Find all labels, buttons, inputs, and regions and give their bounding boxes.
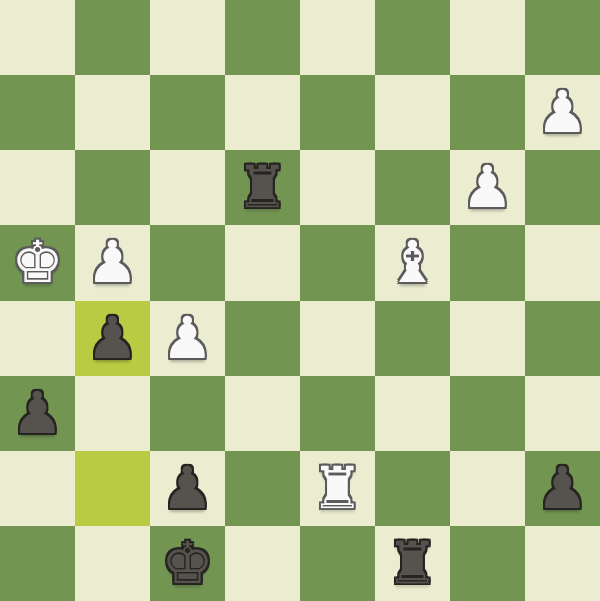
square-h7[interactable] [0, 451, 75, 526]
square-e8[interactable] [225, 526, 300, 601]
square-f2[interactable] [150, 75, 225, 150]
chess-board: ♟♜♟♚♟♝♟♟♟♟♜♟♚♜ [0, 0, 600, 601]
square-g4[interactable]: ♟ [75, 225, 150, 300]
square-a8[interactable] [525, 526, 600, 601]
square-g1[interactable] [75, 0, 150, 75]
square-g3[interactable] [75, 150, 150, 225]
square-c1[interactable] [375, 0, 450, 75]
square-h5[interactable] [0, 301, 75, 376]
square-f6[interactable] [150, 376, 225, 451]
white-pawn[interactable]: ♟ [162, 301, 214, 376]
white-bishop[interactable]: ♝ [387, 225, 439, 300]
black-pawn[interactable]: ♟ [12, 376, 64, 451]
white-pawn[interactable]: ♟ [537, 75, 589, 150]
square-f5[interactable]: ♟ [150, 301, 225, 376]
square-g5[interactable]: ♟ [75, 301, 150, 376]
square-d3[interactable] [300, 150, 375, 225]
white-king[interactable]: ♚ [12, 225, 64, 300]
square-h4[interactable]: ♚ [0, 225, 75, 300]
square-f4[interactable] [150, 225, 225, 300]
square-e5[interactable] [225, 301, 300, 376]
square-f7[interactable]: ♟ [150, 451, 225, 526]
square-b6[interactable] [450, 376, 525, 451]
square-c7[interactable] [375, 451, 450, 526]
square-e6[interactable] [225, 376, 300, 451]
square-e2[interactable] [225, 75, 300, 150]
square-g8[interactable] [75, 526, 150, 601]
square-f3[interactable] [150, 150, 225, 225]
square-e4[interactable] [225, 225, 300, 300]
square-h2[interactable] [0, 75, 75, 150]
square-c8[interactable]: ♜ [375, 526, 450, 601]
square-c6[interactable] [375, 376, 450, 451]
square-a4[interactable] [525, 225, 600, 300]
square-a2[interactable]: ♟ [525, 75, 600, 150]
square-c3[interactable] [375, 150, 450, 225]
square-a6[interactable] [525, 376, 600, 451]
square-a1[interactable] [525, 0, 600, 75]
square-b4[interactable] [450, 225, 525, 300]
square-b2[interactable] [450, 75, 525, 150]
square-d6[interactable] [300, 376, 375, 451]
square-a5[interactable] [525, 301, 600, 376]
white-rook[interactable]: ♜ [312, 451, 364, 526]
black-pawn[interactable]: ♟ [87, 301, 139, 376]
square-b5[interactable] [450, 301, 525, 376]
square-b8[interactable] [450, 526, 525, 601]
square-c2[interactable] [375, 75, 450, 150]
square-g7[interactable] [75, 451, 150, 526]
square-d4[interactable] [300, 225, 375, 300]
white-pawn[interactable]: ♟ [87, 225, 139, 300]
square-d2[interactable] [300, 75, 375, 150]
square-a3[interactable] [525, 150, 600, 225]
square-h8[interactable] [0, 526, 75, 601]
black-pawn[interactable]: ♟ [537, 451, 589, 526]
square-h1[interactable] [0, 0, 75, 75]
black-pawn[interactable]: ♟ [162, 451, 214, 526]
square-g2[interactable] [75, 75, 150, 150]
black-rook[interactable]: ♜ [387, 526, 439, 601]
square-f8[interactable]: ♚ [150, 526, 225, 601]
chess-board-container: ♟♜♟♚♟♝♟♟♟♟♜♟♚♜ [0, 0, 600, 601]
square-b3[interactable]: ♟ [450, 150, 525, 225]
black-rook[interactable]: ♜ [237, 150, 289, 225]
square-b7[interactable] [450, 451, 525, 526]
white-pawn[interactable]: ♟ [462, 150, 514, 225]
square-d8[interactable] [300, 526, 375, 601]
square-f1[interactable] [150, 0, 225, 75]
square-d1[interactable] [300, 0, 375, 75]
square-a7[interactable]: ♟ [525, 451, 600, 526]
square-e7[interactable] [225, 451, 300, 526]
square-h3[interactable] [0, 150, 75, 225]
square-d5[interactable] [300, 301, 375, 376]
square-b1[interactable] [450, 0, 525, 75]
black-king[interactable]: ♚ [162, 526, 214, 601]
square-c5[interactable] [375, 301, 450, 376]
square-c4[interactable]: ♝ [375, 225, 450, 300]
square-g6[interactable] [75, 376, 150, 451]
square-h6[interactable]: ♟ [0, 376, 75, 451]
square-e3[interactable]: ♜ [225, 150, 300, 225]
square-e1[interactable] [225, 0, 300, 75]
square-d7[interactable]: ♜ [300, 451, 375, 526]
